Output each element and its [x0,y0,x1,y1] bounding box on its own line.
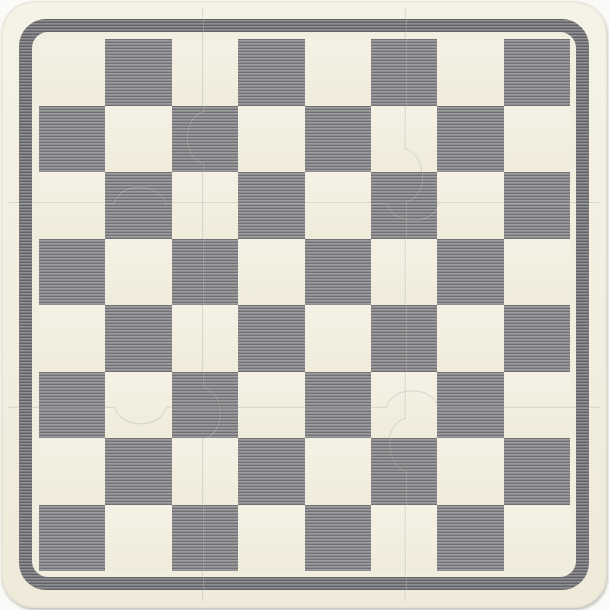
square-d6[interactable] [238,172,304,239]
square-f3[interactable] [371,372,437,439]
square-c3[interactable] [172,372,238,439]
square-e4[interactable] [305,305,371,372]
square-f1[interactable] [371,505,437,572]
square-e1[interactable] [305,505,371,572]
square-g5[interactable] [437,239,503,306]
square-b5[interactable] [105,239,171,306]
square-c1[interactable] [172,505,238,572]
square-e3[interactable] [305,372,371,439]
square-d8[interactable] [238,39,304,106]
square-e5[interactable] [305,239,371,306]
square-a5[interactable] [39,239,105,306]
square-g7[interactable] [437,106,503,173]
square-a1[interactable] [39,505,105,572]
square-g4[interactable] [437,305,503,372]
square-g6[interactable] [437,172,503,239]
photo-background [0,0,609,610]
square-g1[interactable] [437,505,503,572]
square-b8[interactable] [105,39,171,106]
square-f5[interactable] [371,239,437,306]
square-b6[interactable] [105,172,171,239]
square-d3[interactable] [238,372,304,439]
square-e7[interactable] [305,106,371,173]
square-h1[interactable] [504,505,570,572]
square-b1[interactable] [105,505,171,572]
square-f6[interactable] [371,172,437,239]
square-g8[interactable] [437,39,503,106]
square-d1[interactable] [238,505,304,572]
square-h5[interactable] [504,239,570,306]
square-a8[interactable] [39,39,105,106]
square-a3[interactable] [39,372,105,439]
square-h7[interactable] [504,106,570,173]
square-c5[interactable] [172,239,238,306]
square-g3[interactable] [437,372,503,439]
square-b3[interactable] [105,372,171,439]
square-a7[interactable] [39,106,105,173]
square-a6[interactable] [39,172,105,239]
square-d4[interactable] [238,305,304,372]
square-e6[interactable] [305,172,371,239]
square-f7[interactable] [371,106,437,173]
square-h8[interactable] [504,39,570,106]
square-b4[interactable] [105,305,171,372]
chessboard-grid[interactable] [39,39,570,571]
square-h6[interactable] [504,172,570,239]
square-h4[interactable] [504,305,570,372]
square-a4[interactable] [39,305,105,372]
square-h3[interactable] [504,372,570,439]
square-e8[interactable] [305,39,371,106]
square-h2[interactable] [504,438,570,505]
square-c2[interactable] [172,438,238,505]
square-c8[interactable] [172,39,238,106]
square-c4[interactable] [172,305,238,372]
square-c6[interactable] [172,172,238,239]
square-a2[interactable] [39,438,105,505]
square-d2[interactable] [238,438,304,505]
square-f8[interactable] [371,39,437,106]
square-d5[interactable] [238,239,304,306]
square-b2[interactable] [105,438,171,505]
square-f4[interactable] [371,305,437,372]
square-g2[interactable] [437,438,503,505]
square-d7[interactable] [238,106,304,173]
puzzle-board-card [1,1,607,608]
square-b7[interactable] [105,106,171,173]
square-f2[interactable] [371,438,437,505]
square-e2[interactable] [305,438,371,505]
square-c7[interactable] [172,106,238,173]
